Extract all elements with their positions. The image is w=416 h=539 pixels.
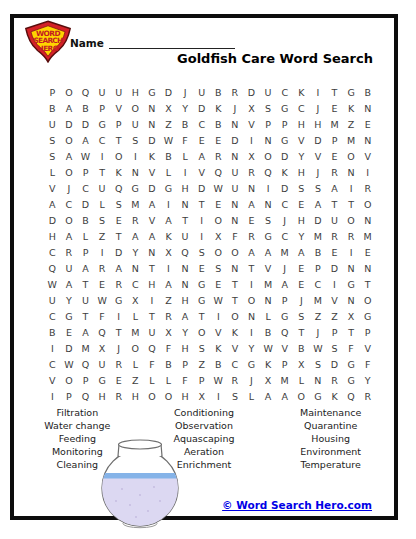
grid-cell-r13c6[interactable]: C xyxy=(127,276,144,292)
grid-cell-r2c7[interactable]: N xyxy=(144,100,161,116)
grid-cell-r5c19[interactable]: O xyxy=(343,148,360,164)
grid-cell-r2c14[interactable]: S xyxy=(260,100,277,116)
grid-cell-r13c14[interactable]: M xyxy=(260,276,277,292)
grid-cell-r4c18[interactable]: P xyxy=(326,132,343,148)
grid-cell-r1c4[interactable]: U xyxy=(94,84,111,100)
grid-cell-r19c17[interactable]: N xyxy=(310,372,327,388)
grid-cell-r8c7[interactable]: A xyxy=(144,196,161,212)
grid-cell-r19c18[interactable]: R xyxy=(326,372,343,388)
grid-cell-r11c20[interactable]: E xyxy=(359,244,376,260)
grid-cell-r12c14[interactable]: V xyxy=(260,260,277,276)
grid-cell-r17c8[interactable]: F xyxy=(160,340,177,356)
grid-cell-r15c4[interactable]: F xyxy=(94,308,111,324)
grid-cell-r6c9[interactable]: I xyxy=(177,164,194,180)
grid-cell-r19c11[interactable]: W xyxy=(210,372,227,388)
grid-cell-r15c13[interactable]: N xyxy=(243,308,260,324)
grid-cell-r13c17[interactable]: C xyxy=(310,276,327,292)
footer-link[interactable]: © Word Search Hero.com xyxy=(222,499,372,511)
grid-cell-r19c7[interactable]: L xyxy=(144,372,161,388)
grid-cell-r5c12[interactable]: N xyxy=(227,148,244,164)
grid-cell-r14c20[interactable]: O xyxy=(359,292,376,308)
grid-cell-r8c5[interactable]: S xyxy=(110,196,127,212)
grid-cell-r15c10[interactable]: T xyxy=(193,308,210,324)
grid-cell-r7c20[interactable]: R xyxy=(359,180,376,196)
grid-cell-r10c1[interactable]: H xyxy=(44,228,61,244)
grid-cell-r2c5[interactable]: V xyxy=(110,100,127,116)
grid-cell-r8c13[interactable]: A xyxy=(243,196,260,212)
grid-cell-r15c12[interactable]: O xyxy=(227,308,244,324)
grid-cell-r15c14[interactable]: L xyxy=(260,308,277,324)
grid-cell-r16c13[interactable]: I xyxy=(243,324,260,340)
grid-cell-r11c15[interactable]: M xyxy=(276,244,293,260)
grid-cell-r20c20[interactable]: R xyxy=(359,388,376,404)
grid-cell-r17c12[interactable]: V xyxy=(227,340,244,356)
grid-cell-r13c3[interactable]: T xyxy=(77,276,94,292)
grid-cell-r20c16[interactable]: O xyxy=(293,388,310,404)
grid-cell-r2c2[interactable]: A xyxy=(61,100,78,116)
grid-cell-r4c10[interactable]: E xyxy=(193,132,210,148)
grid-cell-r5c3[interactable]: W xyxy=(77,148,94,164)
grid-cell-r18c4[interactable]: U xyxy=(94,356,111,372)
grid-cell-r3c13[interactable]: V xyxy=(243,116,260,132)
grid-cell-r9c5[interactable]: E xyxy=(110,212,127,228)
grid-cell-r19c12[interactable]: R xyxy=(227,372,244,388)
grid-cell-r13c4[interactable]: E xyxy=(94,276,111,292)
grid-cell-r6c7[interactable]: V xyxy=(144,164,161,180)
grid-cell-r4c7[interactable]: D xyxy=(144,132,161,148)
grid-cell-r3c4[interactable]: G xyxy=(94,116,111,132)
grid-cell-r8c2[interactable]: C xyxy=(61,196,78,212)
grid-cell-r7c5[interactable]: Q xyxy=(110,180,127,196)
grid-cell-r6c1[interactable]: L xyxy=(44,164,61,180)
grid-cell-r8c20[interactable]: O xyxy=(359,196,376,212)
grid-cell-r2c1[interactable]: B xyxy=(44,100,61,116)
grid-cell-r6c10[interactable]: V xyxy=(193,164,210,180)
grid-cell-r8c15[interactable]: C xyxy=(276,196,293,212)
grid-cell-r3c16[interactable]: H xyxy=(293,116,310,132)
grid-cell-r20c10[interactable]: X xyxy=(193,388,210,404)
grid-cell-r5c15[interactable]: D xyxy=(276,148,293,164)
grid-cell-r13c2[interactable]: A xyxy=(61,276,78,292)
grid-cell-r9c16[interactable]: H xyxy=(293,212,310,228)
grid-cell-r9c8[interactable]: A xyxy=(160,212,177,228)
grid-cell-r11c18[interactable]: E xyxy=(326,244,343,260)
grid-cell-r16c4[interactable]: Q xyxy=(94,324,111,340)
grid-cell-r10c13[interactable]: R xyxy=(243,228,260,244)
grid-cell-r18c11[interactable]: B xyxy=(210,356,227,372)
grid-cell-r12c2[interactable]: U xyxy=(61,260,78,276)
grid-cell-r8c19[interactable]: T xyxy=(343,196,360,212)
grid-cell-r2c6[interactable]: O xyxy=(127,100,144,116)
grid-cell-r1c12[interactable]: R xyxy=(227,84,244,100)
grid-cell-r19c19[interactable]: G xyxy=(343,372,360,388)
grid-cell-r7c12[interactable]: U xyxy=(227,180,244,196)
grid-cell-r17c9[interactable]: H xyxy=(177,340,194,356)
grid-cell-r6c8[interactable]: L xyxy=(160,164,177,180)
grid-cell-r14c13[interactable]: O xyxy=(243,292,260,308)
grid-cell-r9c14[interactable]: S xyxy=(260,212,277,228)
grid-cell-r11c4[interactable]: I xyxy=(94,244,111,260)
grid-cell-r9c20[interactable]: N xyxy=(359,212,376,228)
grid-cell-r10c4[interactable]: Z xyxy=(94,228,111,244)
grid-cell-r1c10[interactable]: U xyxy=(193,84,210,100)
grid-cell-r14c12[interactable]: T xyxy=(227,292,244,308)
grid-cell-r1c5[interactable]: U xyxy=(110,84,127,100)
grid-cell-r5c1[interactable]: S xyxy=(44,148,61,164)
grid-cell-r1c1[interactable]: P xyxy=(44,84,61,100)
grid-cell-r18c13[interactable]: G xyxy=(243,356,260,372)
grid-cell-r18c19[interactable]: G xyxy=(343,356,360,372)
grid-cell-r12c9[interactable]: N xyxy=(177,260,194,276)
grid-cell-r16c1[interactable]: B xyxy=(44,324,61,340)
grid-cell-r7c7[interactable]: D xyxy=(144,180,161,196)
grid-cell-r6c18[interactable]: R xyxy=(326,164,343,180)
grid-cell-r4c1[interactable]: S xyxy=(44,132,61,148)
grid-cell-r14c19[interactable]: N xyxy=(343,292,360,308)
grid-cell-r16c19[interactable]: T xyxy=(343,324,360,340)
grid-cell-r8c12[interactable]: N xyxy=(227,196,244,212)
grid-cell-r10c19[interactable]: R xyxy=(343,228,360,244)
grid-cell-r4c14[interactable]: N xyxy=(260,132,277,148)
grid-cell-r13c13[interactable]: I xyxy=(243,276,260,292)
grid-cell-r19c20[interactable]: Y xyxy=(359,372,376,388)
grid-cell-r9c18[interactable]: U xyxy=(326,212,343,228)
grid-cell-r10c17[interactable]: M xyxy=(310,228,327,244)
grid-cell-r12c16[interactable]: E xyxy=(293,260,310,276)
grid-cell-r7c4[interactable]: U xyxy=(94,180,111,196)
grid-cell-r3c7[interactable]: N xyxy=(144,116,161,132)
grid-cell-r15c17[interactable]: Z xyxy=(310,308,327,324)
grid-cell-r8c3[interactable]: D xyxy=(77,196,94,212)
grid-cell-r2c17[interactable]: J xyxy=(310,100,327,116)
grid-cell-r18c20[interactable]: F xyxy=(359,356,376,372)
grid-cell-r12c5[interactable]: A xyxy=(110,260,127,276)
grid-cell-r19c9[interactable]: F xyxy=(177,372,194,388)
grid-cell-r5c2[interactable]: A xyxy=(61,148,78,164)
grid-cell-r15c18[interactable]: Z xyxy=(326,308,343,324)
grid-cell-r6c16[interactable]: H xyxy=(293,164,310,180)
grid-cell-r17c14[interactable]: W xyxy=(260,340,277,356)
grid-cell-r2c15[interactable]: G xyxy=(276,100,293,116)
grid-cell-r12c20[interactable]: N xyxy=(359,260,376,276)
grid-cell-r12c17[interactable]: P xyxy=(310,260,327,276)
grid-cell-r16c15[interactable]: Q xyxy=(276,324,293,340)
grid-cell-r1c6[interactable]: H xyxy=(127,84,144,100)
grid-cell-r3c20[interactable]: E xyxy=(359,116,376,132)
grid-cell-r19c3[interactable]: P xyxy=(77,372,94,388)
grid-cell-r14c2[interactable]: Y xyxy=(61,292,78,308)
grid-cell-r13c16[interactable]: E xyxy=(293,276,310,292)
grid-cell-r15c11[interactable]: I xyxy=(210,308,227,324)
grid-cell-r10c7[interactable]: A xyxy=(144,228,161,244)
grid-cell-r1c18[interactable]: T xyxy=(326,84,343,100)
grid-cell-r11c5[interactable]: D xyxy=(110,244,127,260)
grid-cell-r12c12[interactable]: N xyxy=(227,260,244,276)
grid-cell-r11c12[interactable]: O xyxy=(227,244,244,260)
grid-cell-r16c8[interactable]: X xyxy=(160,324,177,340)
grid-cell-r6c12[interactable]: U xyxy=(227,164,244,180)
grid-cell-r20c9[interactable]: H xyxy=(177,388,194,404)
grid-cell-r1c7[interactable]: G xyxy=(144,84,161,100)
grid-cell-r4c3[interactable]: A xyxy=(77,132,94,148)
grid-cell-r5c10[interactable]: A xyxy=(193,148,210,164)
grid-cell-r2c10[interactable]: D xyxy=(193,100,210,116)
grid-cell-r7c1[interactable]: V xyxy=(44,180,61,196)
grid-cell-r13c18[interactable]: I xyxy=(326,276,343,292)
grid-cell-r2c19[interactable]: K xyxy=(343,100,360,116)
grid-cell-r15c3[interactable]: T xyxy=(77,308,94,324)
grid-cell-r8c16[interactable]: E xyxy=(293,196,310,212)
grid-cell-r7c19[interactable]: I xyxy=(343,180,360,196)
grid-cell-r17c10[interactable]: S xyxy=(193,340,210,356)
grid-cell-r14c18[interactable]: V xyxy=(326,292,343,308)
grid-cell-r11c17[interactable]: B xyxy=(310,244,327,260)
grid-cell-r5c20[interactable]: V xyxy=(359,148,376,164)
grid-cell-r4c15[interactable]: G xyxy=(276,132,293,148)
grid-cell-r14c14[interactable]: N xyxy=(260,292,277,308)
grid-cell-r4c17[interactable]: D xyxy=(310,132,327,148)
grid-cell-r11c11[interactable]: O xyxy=(210,244,227,260)
grid-cell-r19c15[interactable]: M xyxy=(276,372,293,388)
grid-cell-r7c14[interactable]: I xyxy=(260,180,277,196)
grid-cell-r9c7[interactable]: V xyxy=(144,212,161,228)
grid-cell-r13c10[interactable]: G xyxy=(193,276,210,292)
grid-cell-r20c15[interactable]: A xyxy=(276,388,293,404)
grid-cell-r3c12[interactable]: N xyxy=(227,116,244,132)
grid-cell-r7c8[interactable]: G xyxy=(160,180,177,196)
grid-cell-r18c2[interactable]: W xyxy=(61,356,78,372)
grid-cell-r18c16[interactable]: X xyxy=(293,356,310,372)
grid-cell-r15c1[interactable]: C xyxy=(44,308,61,324)
grid-cell-r5c18[interactable]: E xyxy=(326,148,343,164)
grid-cell-r16c7[interactable]: U xyxy=(144,324,161,340)
grid-cell-r17c20[interactable]: V xyxy=(359,340,376,356)
grid-cell-r17c1[interactable]: I xyxy=(44,340,61,356)
grid-cell-r3c19[interactable]: Z xyxy=(343,116,360,132)
grid-cell-r1c2[interactable]: O xyxy=(61,84,78,100)
grid-cell-r3c9[interactable]: B xyxy=(177,116,194,132)
grid-cell-r9c19[interactable]: O xyxy=(343,212,360,228)
grid-cell-r14c9[interactable]: H xyxy=(177,292,194,308)
grid-cell-r19c2[interactable]: O xyxy=(61,372,78,388)
grid-cell-r6c13[interactable]: R xyxy=(243,164,260,180)
grid-cell-r1c13[interactable]: D xyxy=(243,84,260,100)
grid-cell-r13c11[interactable]: E xyxy=(210,276,227,292)
grid-cell-r14c15[interactable]: P xyxy=(276,292,293,308)
grid-cell-r10c8[interactable]: K xyxy=(160,228,177,244)
grid-cell-r7c13[interactable]: N xyxy=(243,180,260,196)
grid-cell-r11c9[interactable]: Q xyxy=(177,244,194,260)
grid-cell-r5c5[interactable]: O xyxy=(110,148,127,164)
grid-cell-r20c12[interactable]: S xyxy=(227,388,244,404)
grid-cell-r19c5[interactable]: E xyxy=(110,372,127,388)
grid-cell-r14c16[interactable]: J xyxy=(293,292,310,308)
grid-cell-r12c19[interactable]: N xyxy=(343,260,360,276)
grid-cell-r2c3[interactable]: B xyxy=(77,100,94,116)
grid-cell-r11c10[interactable]: S xyxy=(193,244,210,260)
grid-cell-r16c9[interactable]: Y xyxy=(177,324,194,340)
grid-cell-r18c15[interactable]: P xyxy=(276,356,293,372)
grid-cell-r2c12[interactable]: J xyxy=(227,100,244,116)
grid-cell-r9c1[interactable]: D xyxy=(44,212,61,228)
grid-cell-r3c18[interactable]: M xyxy=(326,116,343,132)
grid-cell-r7c2[interactable]: J xyxy=(61,180,78,196)
grid-cell-r3c17[interactable]: H xyxy=(310,116,327,132)
grid-cell-r9c15[interactable]: J xyxy=(276,212,293,228)
grid-cell-r12c7[interactable]: T xyxy=(144,260,161,276)
grid-cell-r2c13[interactable]: X xyxy=(243,100,260,116)
grid-cell-r11c16[interactable]: A xyxy=(293,244,310,260)
grid-cell-r10c20[interactable]: M xyxy=(359,228,376,244)
grid-cell-r12c15[interactable]: J xyxy=(276,260,293,276)
grid-cell-r14c8[interactable]: Z xyxy=(160,292,177,308)
grid-cell-r8c18[interactable]: T xyxy=(326,196,343,212)
grid-cell-r19c14[interactable]: X xyxy=(260,372,277,388)
grid-cell-r16c20[interactable]: P xyxy=(359,324,376,340)
grid-cell-r19c4[interactable]: G xyxy=(94,372,111,388)
grid-cell-r19c16[interactable]: L xyxy=(293,372,310,388)
grid-cell-r12c10[interactable]: E xyxy=(193,260,210,276)
grid-cell-r1c3[interactable]: Q xyxy=(77,84,94,100)
grid-cell-r20c6[interactable]: H xyxy=(127,388,144,404)
grid-cell-r15c20[interactable]: G xyxy=(359,308,376,324)
grid-cell-r15c2[interactable]: G xyxy=(61,308,78,324)
grid-cell-r8c9[interactable]: N xyxy=(177,196,194,212)
grid-cell-r16c2[interactable]: E xyxy=(61,324,78,340)
grid-cell-r20c7[interactable]: O xyxy=(144,388,161,404)
grid-cell-r18c8[interactable]: B xyxy=(160,356,177,372)
grid-cell-r12c6[interactable]: N xyxy=(127,260,144,276)
grid-cell-r3c14[interactable]: P xyxy=(260,116,277,132)
grid-cell-r20c2[interactable]: P xyxy=(61,388,78,404)
grid-cell-r10c10[interactable]: I xyxy=(193,228,210,244)
grid-cell-r7c15[interactable]: D xyxy=(276,180,293,196)
grid-cell-r12c18[interactable]: D xyxy=(326,260,343,276)
grid-cell-r17c5[interactable]: J xyxy=(110,340,127,356)
grid-cell-r8c11[interactable]: E xyxy=(210,196,227,212)
grid-cell-r7c17[interactable]: S xyxy=(310,180,327,196)
grid-cell-r10c12[interactable]: F xyxy=(227,228,244,244)
grid-cell-r10c16[interactable]: Y xyxy=(293,228,310,244)
grid-cell-r2c16[interactable]: C xyxy=(293,100,310,116)
grid-cell-r3c15[interactable]: P xyxy=(276,116,293,132)
grid-cell-r1c9[interactable]: J xyxy=(177,84,194,100)
grid-cell-r15c19[interactable]: X xyxy=(343,308,360,324)
grid-cell-r14c7[interactable]: I xyxy=(144,292,161,308)
grid-cell-r9c13[interactable]: E xyxy=(243,212,260,228)
grid-cell-r13c7[interactable]: H xyxy=(144,276,161,292)
grid-cell-r5c6[interactable]: I xyxy=(127,148,144,164)
grid-cell-r6c2[interactable]: O xyxy=(61,164,78,180)
grid-cell-r2c20[interactable]: N xyxy=(359,100,376,116)
grid-cell-r7c6[interactable]: G xyxy=(127,180,144,196)
grid-cell-r9c12[interactable]: N xyxy=(227,212,244,228)
grid-cell-r3c10[interactable]: C xyxy=(193,116,210,132)
grid-cell-r10c5[interactable]: T xyxy=(110,228,127,244)
grid-cell-r4c11[interactable]: E xyxy=(210,132,227,148)
grid-cell-r18c17[interactable]: S xyxy=(310,356,327,372)
grid-cell-r20c14[interactable]: A xyxy=(260,388,277,404)
grid-cell-r6c3[interactable]: P xyxy=(77,164,94,180)
grid-cell-r17c11[interactable]: K xyxy=(210,340,227,356)
grid-cell-r9c2[interactable]: O xyxy=(61,212,78,228)
grid-cell-r3c2[interactable]: D xyxy=(61,116,78,132)
grid-cell-r18c18[interactable]: D xyxy=(326,356,343,372)
grid-cell-r6c19[interactable]: N xyxy=(343,164,360,180)
grid-cell-r10c6[interactable]: A xyxy=(127,228,144,244)
grid-cell-r20c5[interactable]: R xyxy=(110,388,127,404)
grid-cell-r19c6[interactable]: Z xyxy=(127,372,144,388)
grid-cell-r6c5[interactable]: K xyxy=(110,164,127,180)
grid-cell-r17c16[interactable]: B xyxy=(293,340,310,356)
grid-cell-r12c8[interactable]: I xyxy=(160,260,177,276)
grid-cell-r15c6[interactable]: L xyxy=(127,308,144,324)
grid-cell-r14c3[interactable]: U xyxy=(77,292,94,308)
grid-cell-r16c17[interactable]: J xyxy=(310,324,327,340)
grid-cell-r14c10[interactable]: G xyxy=(193,292,210,308)
grid-cell-r17c15[interactable]: V xyxy=(276,340,293,356)
grid-cell-r1c15[interactable]: C xyxy=(276,84,293,100)
grid-cell-r4c9[interactable]: F xyxy=(177,132,194,148)
grid-cell-r3c5[interactable]: P xyxy=(110,116,127,132)
grid-cell-r9c9[interactable]: T xyxy=(177,212,194,228)
grid-cell-r3c8[interactable]: Z xyxy=(160,116,177,132)
grid-cell-r20c1[interactable]: I xyxy=(44,388,61,404)
grid-cell-r13c15[interactable]: A xyxy=(276,276,293,292)
grid-cell-r20c19[interactable]: Q xyxy=(343,388,360,404)
grid-cell-r13c19[interactable]: G xyxy=(343,276,360,292)
grid-cell-r6c6[interactable]: N xyxy=(127,164,144,180)
grid-cell-r15c7[interactable]: T xyxy=(144,308,161,324)
grid-cell-r14c5[interactable]: G xyxy=(110,292,127,308)
grid-cell-r4c2[interactable]: O xyxy=(61,132,78,148)
grid-cell-r12c11[interactable]: S xyxy=(210,260,227,276)
name-line[interactable] xyxy=(109,36,235,49)
grid-cell-r11c19[interactable]: I xyxy=(343,244,360,260)
grid-cell-r5c9[interactable]: L xyxy=(177,148,194,164)
grid-cell-r18c9[interactable]: P xyxy=(177,356,194,372)
grid-cell-r1c11[interactable]: B xyxy=(210,84,227,100)
grid-cell-r3c11[interactable]: B xyxy=(210,116,227,132)
grid-cell-r8c4[interactable]: L xyxy=(94,196,111,212)
grid-cell-r13c8[interactable]: A xyxy=(160,276,177,292)
grid-cell-r16c6[interactable]: M xyxy=(127,324,144,340)
grid-cell-r20c17[interactable]: G xyxy=(310,388,327,404)
grid-cell-r4c13[interactable]: I xyxy=(243,132,260,148)
grid-cell-r16c10[interactable]: O xyxy=(193,324,210,340)
grid-cell-r18c14[interactable]: K xyxy=(260,356,277,372)
grid-cell-r10c3[interactable]: L xyxy=(77,228,94,244)
grid-cell-r16c16[interactable]: T xyxy=(293,324,310,340)
grid-cell-r9c6[interactable]: R xyxy=(127,212,144,228)
grid-cell-r9c3[interactable]: B xyxy=(77,212,94,228)
grid-cell-r1c19[interactable]: G xyxy=(343,84,360,100)
grid-cell-r4c12[interactable]: D xyxy=(227,132,244,148)
grid-cell-r20c3[interactable]: Q xyxy=(77,388,94,404)
grid-cell-r10c15[interactable]: C xyxy=(276,228,293,244)
grid-cell-r15c5[interactable]: I xyxy=(110,308,127,324)
grid-cell-r11c6[interactable]: Y xyxy=(127,244,144,260)
grid-cell-r5c8[interactable]: B xyxy=(160,148,177,164)
grid-cell-r7c10[interactable]: D xyxy=(193,180,210,196)
grid-cell-r19c1[interactable]: V xyxy=(44,372,61,388)
grid-cell-r6c11[interactable]: Q xyxy=(210,164,227,180)
grid-cell-r5c13[interactable]: X xyxy=(243,148,260,164)
grid-cell-r12c1[interactable]: Q xyxy=(44,260,61,276)
grid-cell-r10c14[interactable]: G xyxy=(260,228,277,244)
grid-cell-r12c3[interactable]: A xyxy=(77,260,94,276)
grid-cell-r8c8[interactable]: I xyxy=(160,196,177,212)
